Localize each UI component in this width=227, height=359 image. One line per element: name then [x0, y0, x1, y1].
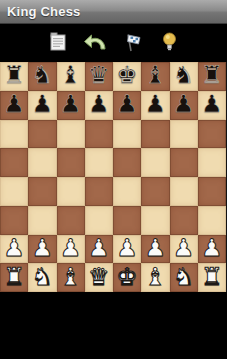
app-title: King Chess [7, 4, 81, 19]
black-rook[interactable]: ♜ [201, 63, 223, 87]
square-f5[interactable] [141, 148, 169, 177]
white-pawn[interactable]: ♟ [145, 236, 167, 260]
square-e1[interactable]: ♚ [113, 263, 141, 292]
moves-document-icon [49, 32, 67, 55]
square-f8[interactable]: ♝ [141, 62, 169, 91]
square-a8[interactable]: ♜ [0, 62, 28, 91]
black-pawn[interactable]: ♟ [145, 92, 167, 116]
black-pawn[interactable]: ♟ [173, 92, 195, 116]
square-h4[interactable] [198, 177, 226, 206]
square-f4[interactable] [141, 177, 169, 206]
square-d6[interactable] [85, 120, 113, 149]
square-d5[interactable] [85, 148, 113, 177]
square-a3[interactable] [0, 206, 28, 235]
app-window: King Chess [0, 0, 227, 359]
square-b3[interactable] [28, 206, 56, 235]
square-b7[interactable]: ♟ [28, 91, 56, 120]
square-a2[interactable]: ♟ [0, 235, 28, 264]
square-h8[interactable]: ♜ [198, 62, 226, 91]
square-f1[interactable]: ♝ [141, 263, 169, 292]
black-rook[interactable]: ♜ [3, 63, 25, 87]
square-g6[interactable] [170, 120, 198, 149]
square-d2[interactable]: ♟ [85, 235, 113, 264]
square-f7[interactable]: ♟ [141, 91, 169, 120]
white-pawn[interactable]: ♟ [173, 236, 195, 260]
title-bar: King Chess [0, 0, 227, 24]
white-pawn[interactable]: ♟ [201, 236, 223, 260]
square-c2[interactable]: ♟ [57, 235, 85, 264]
square-e7[interactable]: ♟ [113, 91, 141, 120]
undo-button[interactable] [83, 31, 107, 55]
square-a1[interactable]: ♜ [0, 263, 28, 292]
square-d7[interactable]: ♟ [85, 91, 113, 120]
square-g7[interactable]: ♟ [170, 91, 198, 120]
square-f2[interactable]: ♟ [141, 235, 169, 264]
black-knight[interactable]: ♞ [32, 63, 54, 87]
hint-button[interactable] [157, 31, 181, 55]
square-h2[interactable]: ♟ [198, 235, 226, 264]
square-g4[interactable] [170, 177, 198, 206]
square-h1[interactable]: ♜ [198, 263, 226, 292]
square-d3[interactable] [85, 206, 113, 235]
square-g1[interactable]: ♞ [170, 263, 198, 292]
square-c1[interactable]: ♝ [57, 263, 85, 292]
square-e3[interactable] [113, 206, 141, 235]
white-pawn[interactable]: ♟ [60, 236, 82, 260]
square-a5[interactable] [0, 148, 28, 177]
square-e5[interactable] [113, 148, 141, 177]
white-bishop[interactable]: ♝ [60, 265, 82, 289]
square-f6[interactable] [141, 120, 169, 149]
white-king[interactable]: ♚ [116, 265, 138, 289]
square-e6[interactable] [113, 120, 141, 149]
black-bishop[interactable]: ♝ [145, 63, 167, 87]
black-pawn[interactable]: ♟ [3, 92, 25, 116]
white-knight[interactable]: ♞ [32, 265, 54, 289]
square-b4[interactable] [28, 177, 56, 206]
square-a6[interactable] [0, 120, 28, 149]
square-h3[interactable] [198, 206, 226, 235]
white-pawn[interactable]: ♟ [88, 236, 110, 260]
black-queen[interactable]: ♛ [88, 63, 110, 87]
white-flag-icon [124, 32, 141, 55]
square-e2[interactable]: ♟ [113, 235, 141, 264]
chess-board: ♜♞♝♛♚♝♞♜♟♟♟♟♟♟♟♟♟♟♟♟♟♟♟♟♜♞♝♛♚♝♞♜ [0, 62, 227, 292]
lightbulb-icon [162, 32, 177, 55]
square-b5[interactable] [28, 148, 56, 177]
square-g5[interactable] [170, 148, 198, 177]
square-a4[interactable] [0, 177, 28, 206]
square-c6[interactable] [57, 120, 85, 149]
square-f3[interactable] [141, 206, 169, 235]
white-queen[interactable]: ♛ [88, 265, 110, 289]
square-c8[interactable]: ♝ [57, 62, 85, 91]
black-pawn[interactable]: ♟ [201, 92, 223, 116]
game-record-button[interactable] [46, 31, 70, 55]
square-d1[interactable]: ♛ [85, 263, 113, 292]
square-h6[interactable] [198, 120, 226, 149]
square-d8[interactable]: ♛ [85, 62, 113, 91]
square-g2[interactable]: ♟ [170, 235, 198, 264]
square-e8[interactable]: ♚ [113, 62, 141, 91]
square-b6[interactable] [28, 120, 56, 149]
square-b8[interactable]: ♞ [28, 62, 56, 91]
square-h5[interactable] [198, 148, 226, 177]
square-h7[interactable]: ♟ [198, 91, 226, 120]
white-pawn[interactable]: ♟ [32, 236, 54, 260]
white-rook[interactable]: ♜ [3, 265, 25, 289]
black-king[interactable]: ♚ [116, 63, 138, 87]
square-c7[interactable]: ♟ [57, 91, 85, 120]
square-d4[interactable] [85, 177, 113, 206]
bottom-area [0, 292, 227, 359]
square-b1[interactable]: ♞ [28, 263, 56, 292]
square-c4[interactable] [57, 177, 85, 206]
square-c5[interactable] [57, 148, 85, 177]
white-bishop[interactable]: ♝ [145, 265, 167, 289]
black-knight[interactable]: ♞ [173, 63, 195, 87]
square-b2[interactable]: ♟ [28, 235, 56, 264]
black-pawn[interactable]: ♟ [116, 92, 138, 116]
toolbar [0, 24, 227, 62]
square-g3[interactable] [170, 206, 198, 235]
square-a7[interactable]: ♟ [0, 91, 28, 120]
black-pawn[interactable]: ♟ [60, 92, 82, 116]
black-pawn[interactable]: ♟ [88, 92, 110, 116]
white-pawn[interactable]: ♟ [3, 236, 25, 260]
white-pawn[interactable]: ♟ [116, 236, 138, 260]
resign-flag-button[interactable] [120, 31, 144, 55]
undo-arrow-icon [84, 32, 106, 54]
white-knight[interactable]: ♞ [173, 265, 195, 289]
black-pawn[interactable]: ♟ [32, 92, 54, 116]
square-c3[interactable] [57, 206, 85, 235]
square-e4[interactable] [113, 177, 141, 206]
white-rook[interactable]: ♜ [201, 265, 223, 289]
square-g8[interactable]: ♞ [170, 62, 198, 91]
black-bishop[interactable]: ♝ [60, 63, 82, 87]
